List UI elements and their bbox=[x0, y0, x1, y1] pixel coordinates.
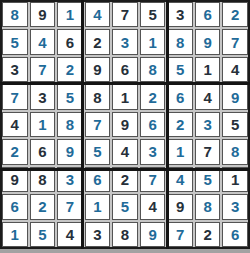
sudoku-board: 8914753625462318973729685147358126494187… bbox=[0, 0, 250, 249]
cell-r1c6[interactable]: 5 bbox=[140, 2, 166, 27]
cell-r8c8[interactable]: 8 bbox=[195, 194, 221, 219]
cell-r5c6[interactable]: 6 bbox=[140, 112, 166, 137]
cell-r3c5[interactable]: 6 bbox=[112, 57, 138, 82]
cell-r3c4[interactable]: 9 bbox=[85, 57, 111, 82]
cell-r3c7[interactable]: 5 bbox=[167, 57, 193, 82]
cell-r9c2[interactable]: 5 bbox=[30, 222, 56, 247]
cell-r7c9[interactable]: 1 bbox=[222, 167, 248, 192]
cell-r7c6[interactable]: 7 bbox=[140, 167, 166, 192]
cell-r1c8[interactable]: 6 bbox=[195, 2, 221, 27]
cell-r4c6[interactable]: 2 bbox=[140, 84, 166, 109]
cell-r5c8[interactable]: 3 bbox=[195, 112, 221, 137]
cell-r5c7[interactable]: 2 bbox=[167, 112, 193, 137]
cell-r3c8[interactable]: 1 bbox=[195, 57, 221, 82]
cell-r2c8[interactable]: 9 bbox=[195, 29, 221, 54]
cell-r2c5[interactable]: 3 bbox=[112, 29, 138, 54]
cell-r5c5[interactable]: 9 bbox=[112, 112, 138, 137]
cell-r4c2[interactable]: 3 bbox=[30, 84, 56, 109]
cell-r8c9[interactable]: 3 bbox=[222, 194, 248, 219]
cell-r9c5[interactable]: 8 bbox=[112, 222, 138, 247]
cell-r7c4[interactable]: 6 bbox=[85, 167, 111, 192]
cell-r8c4[interactable]: 1 bbox=[85, 194, 111, 219]
sudoku-app: 8914753625462318973729685147358126494187… bbox=[0, 0, 250, 253]
cell-r6c3[interactable]: 9 bbox=[57, 139, 83, 164]
cell-r4c3[interactable]: 5 bbox=[57, 84, 83, 109]
cell-r8c7[interactable]: 9 bbox=[167, 194, 193, 219]
cell-r5c9[interactable]: 5 bbox=[222, 112, 248, 137]
cell-r3c9[interactable]: 4 bbox=[222, 57, 248, 82]
cell-r2c6[interactable]: 1 bbox=[140, 29, 166, 54]
cell-r2c9[interactable]: 7 bbox=[222, 29, 248, 54]
cell-r7c1[interactable]: 9 bbox=[2, 167, 28, 192]
cell-r6c2[interactable]: 6 bbox=[30, 139, 56, 164]
cell-r6c4[interactable]: 5 bbox=[85, 139, 111, 164]
cell-r2c4[interactable]: 2 bbox=[85, 29, 111, 54]
cell-r1c9[interactable]: 2 bbox=[222, 2, 248, 27]
cell-r3c2[interactable]: 7 bbox=[30, 57, 56, 82]
cell-r9c9[interactable]: 6 bbox=[222, 222, 248, 247]
cell-r3c1[interactable]: 3 bbox=[2, 57, 28, 82]
cell-r4c9[interactable]: 9 bbox=[222, 84, 248, 109]
cell-r7c5[interactable]: 2 bbox=[112, 167, 138, 192]
cell-r4c4[interactable]: 8 bbox=[85, 84, 111, 109]
cell-r1c5[interactable]: 7 bbox=[112, 2, 138, 27]
cell-r1c4[interactable]: 4 bbox=[85, 2, 111, 27]
cell-r9c8[interactable]: 2 bbox=[195, 222, 221, 247]
cell-r1c7[interactable]: 3 bbox=[167, 2, 193, 27]
cell-r6c5[interactable]: 4 bbox=[112, 139, 138, 164]
cell-r1c3[interactable]: 1 bbox=[57, 2, 83, 27]
cell-r8c6[interactable]: 4 bbox=[140, 194, 166, 219]
cell-r5c1[interactable]: 4 bbox=[2, 112, 28, 137]
cell-r1c1[interactable]: 8 bbox=[2, 2, 28, 27]
cell-r8c2[interactable]: 2 bbox=[30, 194, 56, 219]
cell-r6c8[interactable]: 7 bbox=[195, 139, 221, 164]
cell-r5c2[interactable]: 1 bbox=[30, 112, 56, 137]
cell-r6c6[interactable]: 3 bbox=[140, 139, 166, 164]
cell-r5c3[interactable]: 8 bbox=[57, 112, 83, 137]
window-edge-strip bbox=[0, 249, 250, 253]
cell-r3c3[interactable]: 2 bbox=[57, 57, 83, 82]
cell-r7c8[interactable]: 5 bbox=[195, 167, 221, 192]
cell-r9c4[interactable]: 3 bbox=[85, 222, 111, 247]
cell-r2c3[interactable]: 6 bbox=[57, 29, 83, 54]
cell-r4c7[interactable]: 6 bbox=[167, 84, 193, 109]
cell-r7c7[interactable]: 4 bbox=[167, 167, 193, 192]
cell-r6c9[interactable]: 8 bbox=[222, 139, 248, 164]
cell-r7c3[interactable]: 3 bbox=[57, 167, 83, 192]
cell-r3c6[interactable]: 8 bbox=[140, 57, 166, 82]
cell-r5c4[interactable]: 7 bbox=[85, 112, 111, 137]
cell-r1c2[interactable]: 9 bbox=[30, 2, 56, 27]
cell-r7c2[interactable]: 8 bbox=[30, 167, 56, 192]
cell-r6c7[interactable]: 1 bbox=[167, 139, 193, 164]
cell-r9c6[interactable]: 9 bbox=[140, 222, 166, 247]
cell-r4c5[interactable]: 1 bbox=[112, 84, 138, 109]
cell-r2c7[interactable]: 8 bbox=[167, 29, 193, 54]
cell-r9c7[interactable]: 7 bbox=[167, 222, 193, 247]
cell-r8c1[interactable]: 6 bbox=[2, 194, 28, 219]
cell-r6c1[interactable]: 2 bbox=[2, 139, 28, 164]
cell-r4c1[interactable]: 7 bbox=[2, 84, 28, 109]
cell-r4c8[interactable]: 4 bbox=[195, 84, 221, 109]
cell-r2c1[interactable]: 5 bbox=[2, 29, 28, 54]
cell-r8c5[interactable]: 5 bbox=[112, 194, 138, 219]
cell-r2c2[interactable]: 4 bbox=[30, 29, 56, 54]
cell-r9c1[interactable]: 1 bbox=[2, 222, 28, 247]
cell-r9c3[interactable]: 4 bbox=[57, 222, 83, 247]
cell-r8c3[interactable]: 7 bbox=[57, 194, 83, 219]
